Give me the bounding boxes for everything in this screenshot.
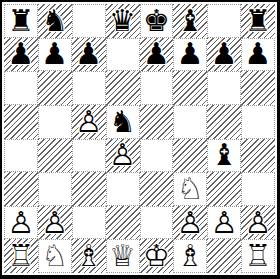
square-b4[interactable] — [38, 139, 72, 173]
black-pawn: ♟ — [207, 38, 241, 72]
square-d4[interactable]: ♟♙ — [106, 139, 140, 173]
white-knight-fill: ♞ — [38, 239, 72, 273]
black-pawn: ♟ — [4, 38, 38, 72]
square-d1[interactable]: ♛♕ — [106, 239, 140, 273]
white-pawn: ♙ — [207, 206, 241, 240]
square-e2[interactable] — [140, 206, 174, 240]
white-pawn: ♙ — [173, 206, 207, 240]
square-c4[interactable] — [72, 139, 106, 173]
black-rook: ♜ — [241, 4, 275, 38]
square-e7[interactable]: ♟ — [140, 38, 174, 72]
black-knight: ♞ — [106, 105, 140, 139]
square-h8[interactable]: ♜ — [241, 4, 275, 38]
square-f4[interactable] — [173, 139, 207, 173]
white-rook-fill: ♜ — [241, 239, 275, 273]
square-a1[interactable]: ♜♖ — [4, 239, 38, 273]
black-pawn: ♟ — [38, 38, 72, 72]
square-c7[interactable]: ♟ — [72, 38, 106, 72]
square-a8[interactable]: ♜ — [4, 4, 38, 38]
square-f2[interactable]: ♟♙ — [173, 206, 207, 240]
white-bishop: ♗ — [72, 239, 106, 273]
chess-diagram-frame: ♜♞♛♚♝♜♟♟♟♟♟♟♟♟♙♞♟♙♝♞♘♟♙♟♙♟♙♟♙♟♙♜♖♞♘♝♗♛♕♚… — [0, 0, 280, 279]
white-queen-fill: ♛ — [106, 239, 140, 273]
square-d7[interactable] — [106, 38, 140, 72]
square-d2[interactable] — [106, 206, 140, 240]
square-b6[interactable] — [38, 71, 72, 105]
white-bishop-fill: ♝ — [173, 239, 207, 273]
square-f7[interactable]: ♟ — [173, 38, 207, 72]
square-e8[interactable]: ♚ — [140, 4, 174, 38]
square-a6[interactable] — [4, 71, 38, 105]
white-pawn-fill: ♟ — [173, 206, 207, 240]
white-pawn-fill: ♟ — [207, 206, 241, 240]
white-bishop: ♗ — [173, 239, 207, 273]
square-e1[interactable]: ♚♔ — [140, 239, 174, 273]
square-c2[interactable] — [72, 206, 106, 240]
white-pawn: ♙ — [38, 206, 72, 240]
square-b5[interactable] — [38, 105, 72, 139]
square-f8[interactable]: ♝ — [173, 4, 207, 38]
square-b1[interactable]: ♞♘ — [38, 239, 72, 273]
black-pawn: ♟ — [140, 38, 174, 72]
white-bishop-fill: ♝ — [72, 239, 106, 273]
white-pawn: ♙ — [106, 139, 140, 173]
square-g8[interactable] — [207, 4, 241, 38]
square-e5[interactable] — [140, 105, 174, 139]
square-b2[interactable]: ♟♙ — [38, 206, 72, 240]
white-rook: ♖ — [4, 239, 38, 273]
black-bishop: ♝ — [207, 139, 241, 173]
square-a3[interactable] — [4, 172, 38, 206]
square-g2[interactable]: ♟♙ — [207, 206, 241, 240]
square-d6[interactable] — [106, 71, 140, 105]
white-pawn-fill: ♟ — [241, 206, 275, 240]
white-pawn: ♙ — [4, 206, 38, 240]
square-g5[interactable] — [207, 105, 241, 139]
square-c3[interactable] — [72, 172, 106, 206]
square-b8[interactable]: ♞ — [38, 4, 72, 38]
square-a4[interactable] — [4, 139, 38, 173]
black-pawn: ♟ — [72, 38, 106, 72]
square-b3[interactable] — [38, 172, 72, 206]
square-g4[interactable]: ♝ — [207, 139, 241, 173]
square-f3[interactable]: ♞♘ — [173, 172, 207, 206]
white-pawn-fill: ♟ — [72, 105, 106, 139]
white-knight: ♘ — [173, 172, 207, 206]
square-d8[interactable]: ♛ — [106, 4, 140, 38]
square-f1[interactable]: ♝♗ — [173, 239, 207, 273]
square-e3[interactable] — [140, 172, 174, 206]
square-h3[interactable] — [241, 172, 275, 206]
square-b7[interactable]: ♟ — [38, 38, 72, 72]
square-c5[interactable]: ♟♙ — [72, 105, 106, 139]
black-pawn: ♟ — [241, 38, 275, 72]
white-knight-fill: ♞ — [173, 172, 207, 206]
white-knight: ♘ — [38, 239, 72, 273]
square-d3[interactable] — [106, 172, 140, 206]
white-pawn-fill: ♟ — [4, 206, 38, 240]
black-queen: ♛ — [106, 4, 140, 38]
square-h5[interactable] — [241, 105, 275, 139]
square-h7[interactable]: ♟ — [241, 38, 275, 72]
square-h4[interactable] — [241, 139, 275, 173]
white-king: ♔ — [140, 239, 174, 273]
square-g3[interactable] — [207, 172, 241, 206]
square-c8[interactable] — [72, 4, 106, 38]
white-pawn-fill: ♟ — [38, 206, 72, 240]
black-rook: ♜ — [4, 4, 38, 38]
square-h6[interactable] — [241, 71, 275, 105]
square-f6[interactable] — [173, 71, 207, 105]
square-h2[interactable]: ♟♙ — [241, 206, 275, 240]
square-h1[interactable]: ♜♖ — [241, 239, 275, 273]
square-c6[interactable] — [72, 71, 106, 105]
square-f5[interactable] — [173, 105, 207, 139]
white-pawn: ♙ — [72, 105, 106, 139]
square-e4[interactable] — [140, 139, 174, 173]
white-king-fill: ♚ — [140, 239, 174, 273]
black-pawn: ♟ — [173, 38, 207, 72]
square-c1[interactable]: ♝♗ — [72, 239, 106, 273]
square-a5[interactable] — [4, 105, 38, 139]
white-rook: ♖ — [241, 239, 275, 273]
square-g1[interactable] — [207, 239, 241, 273]
white-pawn-fill: ♟ — [106, 139, 140, 173]
square-d5[interactable]: ♞ — [106, 105, 140, 139]
square-g6[interactable] — [207, 71, 241, 105]
black-king: ♚ — [140, 4, 174, 38]
square-e6[interactable] — [140, 71, 174, 105]
black-bishop: ♝ — [173, 4, 207, 38]
white-rook-fill: ♜ — [4, 239, 38, 273]
white-queen: ♕ — [106, 239, 140, 273]
square-a2[interactable]: ♟♙ — [4, 206, 38, 240]
square-a7[interactable]: ♟ — [4, 38, 38, 72]
square-g7[interactable]: ♟ — [207, 38, 241, 72]
white-pawn: ♙ — [241, 206, 275, 240]
chess-board: ♜♞♛♚♝♜♟♟♟♟♟♟♟♟♙♞♟♙♝♞♘♟♙♟♙♟♙♟♙♟♙♜♖♞♘♝♗♛♕♚… — [4, 4, 275, 273]
black-knight: ♞ — [38, 4, 72, 38]
